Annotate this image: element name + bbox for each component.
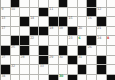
black-cell: [97, 65, 106, 74]
cell[interactable]: 30: [59, 56, 68, 65]
black-cell: [78, 65, 87, 74]
clue-number: 4: [49, 0, 51, 2]
clue-number: 23: [69, 37, 73, 40]
black-cell: [1, 65, 10, 74]
black-cell: [87, 36, 96, 45]
cell[interactable]: [78, 75, 87, 80]
cell[interactable]: 22: [30, 36, 39, 45]
clue-number: 30: [59, 75, 63, 78]
cell[interactable]: [107, 27, 115, 36]
cell[interactable]: [30, 8, 39, 17]
black-cell: [87, 0, 96, 7]
cell[interactable]: 9: [1, 8, 10, 17]
black-cell: [39, 56, 48, 65]
black-cell: [59, 46, 68, 55]
black-cell: [87, 8, 96, 17]
black-cell: [30, 27, 39, 36]
cell[interactable]: [78, 17, 87, 26]
cell[interactable]: 3: [30, 0, 39, 7]
cell[interactable]: 27: [1, 56, 10, 65]
clue-number: 20: [78, 27, 82, 30]
cell[interactable]: 29: [49, 56, 58, 65]
black-cell: [20, 36, 29, 45]
cell[interactable]: 23: [68, 36, 77, 45]
cell[interactable]: [59, 65, 68, 74]
clue-number: 11: [49, 8, 53, 11]
clue-number: 10: [11, 8, 15, 11]
clue-number: 34: [1, 75, 5, 78]
cell[interactable]: [20, 65, 29, 74]
clue-number: 6: [78, 37, 80, 40]
black-cell: [59, 0, 68, 7]
cell[interactable]: [49, 65, 58, 74]
clue-number: 31: [78, 56, 82, 59]
cell[interactable]: 4: [49, 0, 58, 7]
black-cell: [59, 17, 68, 26]
clue-number: 27: [1, 56, 5, 59]
cell[interactable]: 25: [11, 46, 20, 55]
black-cell: [97, 56, 106, 65]
cell[interactable]: 6: [78, 36, 87, 45]
clue-number: 8: [107, 37, 109, 40]
clue-number: 16: [88, 17, 92, 20]
black-cell: [97, 17, 106, 26]
cell[interactable]: 24: [97, 36, 106, 45]
cell[interactable]: [107, 17, 115, 26]
cell[interactable]: 18: [49, 27, 58, 36]
black-cell: [20, 46, 29, 55]
cell[interactable]: 15: [68, 17, 77, 26]
cell[interactable]: [97, 46, 106, 55]
clue-number: 28: [21, 56, 25, 59]
cell[interactable]: [39, 0, 48, 7]
clue-number: 17: [1, 27, 5, 30]
cell[interactable]: 32: [11, 65, 20, 74]
cell[interactable]: 21: [97, 27, 106, 36]
cell[interactable]: 12: [97, 8, 106, 17]
cell[interactable]: 19: [59, 27, 68, 36]
clue-number: 26: [88, 46, 92, 49]
clue-number: 13: [1, 17, 5, 20]
cell[interactable]: [39, 75, 48, 80]
clue-number: 7: [97, 0, 99, 2]
cell[interactable]: [107, 46, 115, 55]
black-cell: [11, 0, 20, 7]
black-cell: [39, 46, 48, 55]
cell[interactable]: [87, 27, 96, 36]
clue-number: 18: [49, 27, 53, 30]
cell[interactable]: 26: [87, 46, 96, 55]
cell[interactable]: [87, 75, 96, 80]
black-cell: [1, 46, 10, 55]
clue-number: 24: [97, 37, 101, 40]
cell[interactable]: 5: [68, 0, 77, 7]
clue-number: 6: [78, 0, 80, 2]
black-cell: [49, 17, 58, 26]
clue-number: 25: [11, 46, 15, 49]
black-cell: [39, 8, 48, 17]
cell[interactable]: [107, 56, 115, 65]
cell[interactable]: [20, 27, 29, 36]
cell[interactable]: [11, 56, 20, 65]
clue-number: 9: [1, 8, 3, 11]
cell[interactable]: [11, 75, 20, 80]
cell[interactable]: [68, 65, 77, 74]
cell[interactable]: [39, 17, 48, 26]
cell[interactable]: [107, 8, 115, 17]
cell[interactable]: 28: [20, 56, 29, 65]
black-cell: [11, 36, 20, 45]
cell[interactable]: [20, 8, 29, 17]
cell[interactable]: 30: [59, 75, 68, 80]
cell[interactable]: [1, 36, 10, 45]
clue-number: 8: [107, 0, 109, 2]
clue-number: 30: [59, 56, 63, 59]
black-cell: [49, 75, 58, 80]
clue-number: 1: [1, 0, 3, 2]
black-cell: [68, 75, 77, 80]
cell[interactable]: [97, 75, 106, 80]
cell[interactable]: 33: [39, 65, 48, 74]
cell[interactable]: [78, 8, 87, 17]
cell[interactable]: 31: [78, 56, 87, 65]
cell[interactable]: 14: [30, 17, 39, 26]
clue-number: 14: [30, 17, 34, 20]
clue-number: 3: [30, 0, 32, 2]
cell[interactable]: 8: [107, 0, 115, 7]
cell[interactable]: [68, 46, 77, 55]
clue-number: 12: [97, 8, 101, 11]
cell[interactable]: [30, 75, 39, 80]
black-cell: [20, 17, 29, 26]
cell[interactable]: [30, 46, 39, 55]
cell[interactable]: [30, 65, 39, 74]
cell[interactable]: [87, 56, 96, 65]
crossword-grid: 1234567891011121314151617181920212223624…: [0, 0, 115, 80]
black-cell: [78, 46, 87, 55]
cell[interactable]: [49, 46, 58, 55]
clue-number: 5: [69, 0, 71, 2]
cell[interactable]: [11, 17, 20, 26]
cell[interactable]: 8: [107, 36, 115, 45]
cell[interactable]: 17: [1, 27, 10, 36]
clue-number: 33: [40, 65, 44, 68]
black-cell: [68, 27, 77, 36]
cell[interactable]: 11: [49, 8, 58, 17]
cell[interactable]: 1: [1, 0, 10, 7]
cell[interactable]: 13: [1, 17, 10, 26]
cell[interactable]: [68, 8, 77, 17]
black-cell: [39, 27, 48, 36]
cell[interactable]: [59, 8, 68, 17]
cell[interactable]: [30, 56, 39, 65]
cell[interactable]: 2: [20, 0, 29, 7]
clue-number: 15: [69, 17, 73, 20]
crossword-screenshot: 1234567891011121314151617181920212223624…: [0, 0, 115, 80]
cell[interactable]: [11, 27, 20, 36]
cell[interactable]: 20: [78, 27, 87, 36]
cell[interactable]: [20, 75, 29, 80]
clue-number: 29: [49, 56, 53, 59]
clue-number: 32: [11, 65, 15, 68]
clue-number: 21: [97, 27, 101, 30]
cell[interactable]: [49, 36, 58, 45]
cell[interactable]: 16: [87, 17, 96, 26]
cell[interactable]: [59, 36, 68, 45]
cell[interactable]: [39, 36, 48, 45]
cell[interactable]: 34: [1, 75, 10, 80]
clue-number: 2: [21, 0, 23, 2]
cell[interactable]: [87, 65, 96, 74]
cell[interactable]: 7: [97, 0, 106, 7]
clue-number: 19: [59, 27, 63, 30]
clue-number: 22: [30, 37, 34, 40]
cell[interactable]: 6: [78, 0, 87, 7]
black-cell: [68, 56, 77, 65]
cell[interactable]: [107, 65, 115, 74]
cell[interactable]: 10: [11, 8, 20, 17]
black-cell: [107, 75, 115, 80]
